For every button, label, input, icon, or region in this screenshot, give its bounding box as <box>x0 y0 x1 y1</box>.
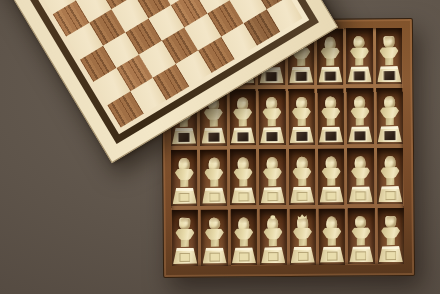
piece-base <box>202 248 226 264</box>
piece-stem <box>268 119 276 126</box>
piece-base-panel <box>267 132 278 141</box>
tray-compartment <box>229 89 256 145</box>
chess-piece-bust-light-p <box>231 156 255 203</box>
piece-base-panel <box>326 192 337 201</box>
piece-base <box>290 187 314 203</box>
piece-stem <box>210 180 218 187</box>
piece-base <box>260 127 284 143</box>
piece-stem <box>357 178 365 185</box>
piece-base-panel <box>297 252 308 261</box>
chess-piece-bust-light-q <box>261 216 285 263</box>
piece-base-panel <box>385 251 396 260</box>
piece-base-panel <box>325 72 336 81</box>
piece-stem <box>356 118 364 125</box>
tray-compartment <box>318 209 345 265</box>
piece-base-panel <box>179 193 190 202</box>
chess-piece-bust-dark-p <box>377 95 401 142</box>
piece-base-panel <box>238 192 249 201</box>
chess-piece-bust-dark-r <box>377 35 401 82</box>
piece-base-panel <box>208 193 219 202</box>
tray-compartment <box>317 89 344 145</box>
tray-compartment <box>172 210 199 266</box>
piece-head <box>356 216 367 228</box>
piece-head <box>385 216 397 228</box>
chess-piece-bust-light-p <box>349 155 373 202</box>
piece-base <box>319 127 343 143</box>
piece-base-panel <box>266 72 277 81</box>
piece-base <box>232 247 256 263</box>
chess-piece-bust-light-b <box>232 216 256 263</box>
piece-base-panel <box>384 131 395 140</box>
piece-stem <box>385 58 393 65</box>
chess-piece-bust-light-p <box>378 155 402 202</box>
piece-base-panel <box>325 132 336 141</box>
piece-stem <box>209 120 217 127</box>
tray-compartment <box>377 148 404 204</box>
product-photo-scene <box>0 0 440 294</box>
piece-base <box>378 186 402 202</box>
tray-compartment <box>200 150 227 206</box>
piece-stem <box>297 59 305 66</box>
piece-base <box>349 246 373 262</box>
piece-base <box>348 126 372 142</box>
tray-compartment <box>347 88 374 144</box>
chess-piece-bust-dark-n <box>347 35 371 82</box>
tray-compartment <box>260 209 287 265</box>
piece-base-panel <box>209 253 220 262</box>
piece-base <box>319 187 343 203</box>
tray-compartment <box>288 89 315 145</box>
piece-base <box>291 247 315 263</box>
chess-piece-bust-light-r <box>173 217 197 264</box>
piece-head <box>179 218 191 230</box>
piece-stem <box>328 239 336 246</box>
piece-base-panel <box>297 192 308 201</box>
piece-base-panel <box>208 133 219 142</box>
piece-stem <box>269 239 277 246</box>
piece-stem <box>386 178 394 185</box>
piece-base <box>318 67 342 83</box>
piece-base-panel <box>355 191 366 200</box>
piece-stem <box>387 238 395 245</box>
piece-base <box>202 188 226 204</box>
piece-stem <box>357 238 365 245</box>
piece-base-panel <box>355 131 366 140</box>
tray-compartment <box>377 208 404 264</box>
chess-piece-bust-light-r <box>378 215 402 262</box>
chess-piece-bust-dark-p <box>289 96 313 143</box>
piece-stem <box>386 118 394 125</box>
piece-stem <box>327 119 335 126</box>
tray-compartment <box>259 149 286 205</box>
piece-stem <box>210 240 218 247</box>
piece-base <box>289 67 313 83</box>
piece-stem <box>269 179 277 186</box>
tray-compartment <box>289 209 316 265</box>
piece-base-panel <box>356 251 367 260</box>
piece-base <box>379 246 403 262</box>
piece-base <box>231 187 255 203</box>
piece-head <box>354 36 365 48</box>
chess-piece-bust-light-k <box>290 216 314 263</box>
piece-base-panel <box>326 252 337 261</box>
piece-stem <box>327 179 335 186</box>
tray-compartment <box>376 88 403 144</box>
piece-base-panel <box>354 71 365 80</box>
piece-base-panel <box>385 191 396 200</box>
chess-piece-bust-light-p <box>202 157 226 204</box>
chess-piece-bust-dark-p <box>348 95 372 142</box>
piece-base-panel <box>296 72 307 81</box>
tray-compartment <box>201 210 228 266</box>
chess-piece-bust-light-b <box>320 216 344 263</box>
piece-stem <box>326 59 334 66</box>
piece-stem <box>356 58 364 65</box>
tray-compartment <box>347 148 374 204</box>
piece-base <box>349 186 373 202</box>
piece-head <box>383 36 395 49</box>
tray-compartment <box>376 28 403 84</box>
piece-base-panel <box>267 192 278 201</box>
piece-stem <box>298 239 306 246</box>
chess-piece-bust-light-p <box>319 156 343 203</box>
piece-base-panel <box>268 252 279 261</box>
piece-base <box>231 127 255 143</box>
piece-base-panel <box>179 133 190 142</box>
piece-base-panel <box>237 132 248 141</box>
tray-compartment <box>230 209 257 265</box>
chess-piece-bust-dark-p <box>230 96 254 143</box>
piece-base <box>348 66 372 82</box>
chess-piece-bust-dark-p <box>319 96 343 143</box>
tray-compartment <box>171 150 198 206</box>
piece-base <box>377 66 401 82</box>
piece-base <box>173 248 197 264</box>
chess-piece-bust-dark-b <box>318 36 342 83</box>
piece-base-panel <box>296 132 307 141</box>
chess-piece-bust-light-n <box>349 215 373 262</box>
piece-base <box>261 247 285 263</box>
piece-stem <box>181 240 189 247</box>
piece-stem <box>239 179 247 186</box>
piece-base-panel <box>238 252 249 261</box>
chess-piece-bust-light-p <box>290 156 314 203</box>
piece-base-panel <box>180 253 191 262</box>
piece-stem <box>180 180 188 187</box>
piece-base <box>201 128 225 144</box>
chess-piece-bust-light-n <box>202 217 226 264</box>
piece-stem <box>240 239 248 246</box>
chess-piece-bust-dark-p <box>260 96 284 143</box>
chess-piece-bust-light-p <box>260 156 284 203</box>
piece-head <box>208 217 220 229</box>
tray-compartment <box>230 149 257 205</box>
piece-base <box>172 128 196 144</box>
tray-compartment <box>259 89 286 145</box>
piece-base <box>261 187 285 203</box>
piece-stem <box>239 119 247 126</box>
tray-compartment <box>289 149 316 205</box>
tray-compartment <box>318 149 345 205</box>
tray-compartment <box>346 28 373 84</box>
piece-base <box>173 188 197 204</box>
piece-base <box>378 126 402 142</box>
piece-base <box>290 127 314 143</box>
piece-stem <box>297 119 305 126</box>
piece-base <box>320 247 344 263</box>
piece-stem <box>298 179 306 186</box>
chess-piece-bust-light-p <box>172 157 196 204</box>
tray-compartment <box>348 208 375 264</box>
piece-base-panel <box>384 71 395 80</box>
